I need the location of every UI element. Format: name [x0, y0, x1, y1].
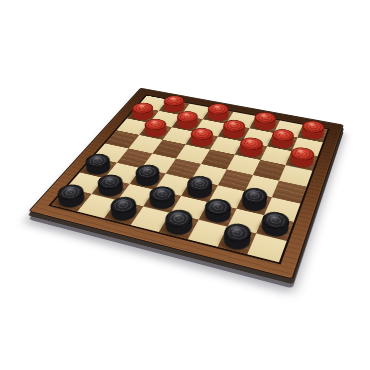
checkers-board: ⛂⛂⛂⛂⛂⛂⛂⛂⛂⛂⛂⛂⛀⛀⛀⛀⛀⛀⛀⛀⛀⛀⛀⛀: [28, 88, 344, 280]
red-piece[interactable]: ⛂: [288, 152, 315, 169]
product-photo-stage: ⛂⛂⛂⛂⛂⛂⛂⛂⛂⛂⛂⛂⛀⛀⛀⛀⛀⛀⛀⛀⛀⛀⛀⛀: [0, 0, 370, 370]
board-frame: ⛂⛂⛂⛂⛂⛂⛂⛂⛂⛂⛂⛂⛀⛀⛀⛀⛀⛀⛀⛀⛀⛀⛀⛀: [28, 88, 344, 280]
red-piece[interactable]: ⛂: [237, 142, 264, 158]
black-piece[interactable]: ⛀: [220, 229, 253, 252]
board-grid: ⛂⛂⛂⛂⛂⛂⛂⛂⛂⛂⛂⛂⛀⛀⛀⛀⛀⛀⛀⛀⛀⛀⛀⛀: [48, 95, 329, 265]
black-piece[interactable]: ⛀: [239, 193, 270, 213]
